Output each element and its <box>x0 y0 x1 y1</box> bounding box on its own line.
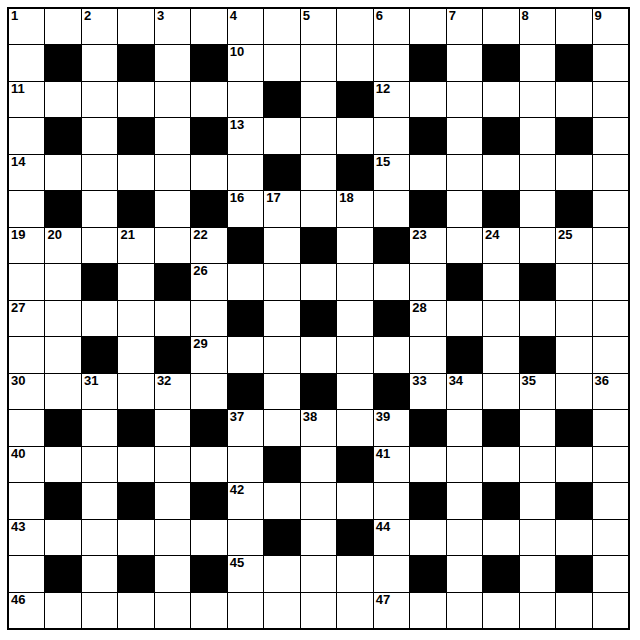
clue-number: 24 <box>485 228 499 243</box>
grid-cell[interactable] <box>447 191 482 226</box>
grid-cell[interactable] <box>155 45 190 80</box>
grid-cell[interactable]: 22 <box>191 228 226 263</box>
grid-cell[interactable] <box>191 374 226 409</box>
grid-cell[interactable] <box>520 483 555 518</box>
grid-cell[interactable] <box>483 447 518 482</box>
grid-cell[interactable] <box>447 483 482 518</box>
grid-cell[interactable] <box>301 264 336 299</box>
black-cell <box>556 483 591 518</box>
grid-cell[interactable] <box>337 118 372 153</box>
grid-cell[interactable] <box>155 118 190 153</box>
grid-cell[interactable] <box>374 45 409 80</box>
grid-cell[interactable] <box>447 155 482 190</box>
grid-cell[interactable]: 23 <box>410 228 445 263</box>
black-cell <box>410 118 445 153</box>
grid-cell[interactable] <box>45 82 80 117</box>
black-cell <box>520 264 555 299</box>
grid-cell[interactable] <box>155 191 190 226</box>
black-cell <box>483 483 518 518</box>
grid-cell[interactable]: 36 <box>593 374 628 409</box>
grid-cell[interactable] <box>155 556 190 591</box>
black-cell <box>264 520 299 555</box>
grid-cell[interactable] <box>118 155 153 190</box>
grid-cell[interactable] <box>447 45 482 80</box>
grid-cell[interactable]: 19 <box>9 228 44 263</box>
grid-cell[interactable] <box>410 264 445 299</box>
black-cell <box>410 556 445 591</box>
grid-cell[interactable] <box>593 556 628 591</box>
grid-cell[interactable] <box>301 593 336 628</box>
clue-number: 7 <box>449 9 456 24</box>
grid-cell[interactable]: 35 <box>520 374 555 409</box>
clue-number: 42 <box>230 483 244 498</box>
black-cell <box>483 45 518 80</box>
grid-cell[interactable]: 32 <box>155 374 190 409</box>
grid-cell[interactable] <box>593 118 628 153</box>
grid-cell[interactable] <box>520 45 555 80</box>
grid-cell[interactable] <box>191 301 226 336</box>
black-cell <box>191 191 226 226</box>
grid-cell[interactable] <box>410 155 445 190</box>
grid-cell[interactable]: 44 <box>374 520 409 555</box>
grid-cell[interactable]: 15 <box>374 155 409 190</box>
grid-cell[interactable] <box>45 155 80 190</box>
grid-cell[interactable] <box>447 228 482 263</box>
black-cell <box>45 483 80 518</box>
grid-cell[interactable]: 8 <box>520 9 555 44</box>
grid-cell[interactable] <box>337 45 372 80</box>
grid-cell[interactable]: 6 <box>374 9 409 44</box>
grid-cell[interactable] <box>520 556 555 591</box>
grid-cell[interactable]: 16 <box>228 191 263 226</box>
grid-cell[interactable] <box>191 520 226 555</box>
grid-cell[interactable] <box>593 447 628 482</box>
grid-cell[interactable] <box>593 593 628 628</box>
grid-cell[interactable] <box>337 264 372 299</box>
grid-cell[interactable]: 2 <box>82 9 117 44</box>
clue-number: 17 <box>266 191 280 206</box>
grid-cell[interactable]: 39 <box>374 410 409 445</box>
grid-cell[interactable] <box>301 337 336 372</box>
grid-cell[interactable] <box>520 593 555 628</box>
grid-cell[interactable] <box>301 82 336 117</box>
black-cell <box>228 374 263 409</box>
grid-cell[interactable]: 21 <box>118 228 153 263</box>
grid-cell[interactable] <box>520 301 555 336</box>
grid-cell[interactable] <box>264 556 299 591</box>
grid-cell[interactable] <box>301 520 336 555</box>
grid-cell[interactable] <box>593 45 628 80</box>
grid-cell[interactable]: 42 <box>228 483 263 518</box>
crossword-grid: 1234567891011121314151617181920212223242… <box>7 7 630 630</box>
black-cell <box>410 483 445 518</box>
grid-cell[interactable]: 7 <box>447 9 482 44</box>
black-cell <box>155 264 190 299</box>
grid-cell[interactable] <box>82 45 117 80</box>
black-cell <box>191 556 226 591</box>
grid-cell[interactable] <box>9 410 44 445</box>
grid-cell[interactable]: 4 <box>228 9 263 44</box>
grid-cell[interactable]: 9 <box>593 9 628 44</box>
grid-cell[interactable] <box>337 374 372 409</box>
grid-cell[interactable] <box>264 118 299 153</box>
grid-cell[interactable] <box>118 264 153 299</box>
grid-cell[interactable]: 24 <box>483 228 518 263</box>
grid-cell[interactable] <box>520 228 555 263</box>
grid-cell[interactable] <box>593 82 628 117</box>
grid-cell[interactable] <box>228 337 263 372</box>
clue-number: 23 <box>412 228 426 243</box>
grid-cell[interactable]: 45 <box>228 556 263 591</box>
clue-number: 27 <box>11 301 25 316</box>
grid-cell[interactable] <box>264 374 299 409</box>
clue-number: 31 <box>84 374 98 389</box>
black-cell <box>118 45 153 80</box>
grid-cell[interactable] <box>410 9 445 44</box>
grid-cell[interactable] <box>520 191 555 226</box>
grid-cell[interactable] <box>337 228 372 263</box>
clue-number: 19 <box>11 228 25 243</box>
grid-cell[interactable]: 10 <box>228 45 263 80</box>
grid-cell[interactable]: 27 <box>9 301 44 336</box>
black-cell <box>82 337 117 372</box>
grid-cell[interactable] <box>556 447 591 482</box>
grid-cell[interactable] <box>82 155 117 190</box>
grid-cell[interactable] <box>410 82 445 117</box>
grid-cell[interactable] <box>556 520 591 555</box>
clue-number: 39 <box>376 410 390 425</box>
grid-cell[interactable] <box>82 82 117 117</box>
clue-number: 30 <box>11 374 25 389</box>
grid-cell[interactable] <box>9 556 44 591</box>
grid-cell[interactable] <box>82 410 117 445</box>
grid-cell[interactable] <box>45 374 80 409</box>
clue-number: 36 <box>595 374 609 389</box>
black-cell <box>520 337 555 372</box>
grid-cell[interactable] <box>301 556 336 591</box>
grid-cell[interactable] <box>82 520 117 555</box>
grid-cell[interactable]: 34 <box>447 374 482 409</box>
grid-cell[interactable] <box>118 447 153 482</box>
black-cell <box>118 483 153 518</box>
grid-cell[interactable] <box>374 191 409 226</box>
grid-cell[interactable] <box>593 483 628 518</box>
grid-cell[interactable]: 28 <box>410 301 445 336</box>
grid-cell[interactable] <box>483 593 518 628</box>
grid-cell[interactable] <box>9 191 44 226</box>
grid-cell[interactable] <box>374 556 409 591</box>
grid-cell[interactable]: 11 <box>9 82 44 117</box>
grid-cell[interactable] <box>155 155 190 190</box>
grid-cell[interactable] <box>447 410 482 445</box>
grid-cell[interactable] <box>556 301 591 336</box>
clue-number: 35 <box>522 374 536 389</box>
grid-cell[interactable]: 3 <box>155 9 190 44</box>
grid-cell[interactable] <box>301 483 336 518</box>
grid-cell[interactable]: 37 <box>228 410 263 445</box>
black-cell <box>264 155 299 190</box>
grid-cell[interactable] <box>374 483 409 518</box>
grid-cell[interactable] <box>9 483 44 518</box>
grid-cell[interactable] <box>447 82 482 117</box>
grid-cell[interactable]: 33 <box>410 374 445 409</box>
grid-cell[interactable] <box>301 447 336 482</box>
grid-cell[interactable] <box>520 155 555 190</box>
grid-cell[interactable] <box>82 556 117 591</box>
black-cell <box>374 374 409 409</box>
black-cell <box>191 45 226 80</box>
grid-cell[interactable] <box>410 593 445 628</box>
grid-cell[interactable] <box>191 82 226 117</box>
black-cell <box>45 45 80 80</box>
grid-cell[interactable] <box>82 228 117 263</box>
clue-number: 6 <box>376 9 383 24</box>
grid-cell[interactable] <box>337 301 372 336</box>
grid-cell[interactable] <box>264 264 299 299</box>
clue-number: 21 <box>120 228 134 243</box>
grid-cell[interactable] <box>410 447 445 482</box>
grid-cell[interactable] <box>82 118 117 153</box>
black-cell <box>483 191 518 226</box>
grid-cell[interactable] <box>374 118 409 153</box>
grid-cell[interactable] <box>118 9 153 44</box>
black-cell <box>45 556 80 591</box>
black-cell <box>301 301 336 336</box>
grid-cell[interactable] <box>593 191 628 226</box>
grid-cell[interactable] <box>264 45 299 80</box>
grid-cell[interactable]: 18 <box>337 191 372 226</box>
grid-cell[interactable]: 20 <box>45 228 80 263</box>
clue-number: 45 <box>230 556 244 571</box>
clue-number: 38 <box>303 410 317 425</box>
grid-cell[interactable]: 1 <box>9 9 44 44</box>
grid-cell[interactable] <box>556 82 591 117</box>
grid-cell[interactable] <box>228 520 263 555</box>
grid-cell[interactable]: 41 <box>374 447 409 482</box>
black-cell <box>118 191 153 226</box>
black-cell <box>337 447 372 482</box>
grid-cell[interactable] <box>337 9 372 44</box>
clue-number: 14 <box>11 155 25 170</box>
grid-cell[interactable] <box>118 374 153 409</box>
grid-cell[interactable] <box>337 410 372 445</box>
grid-cell[interactable] <box>483 264 518 299</box>
black-cell <box>228 301 263 336</box>
clue-number: 29 <box>193 337 207 352</box>
grid-cell[interactable] <box>155 593 190 628</box>
clue-number: 10 <box>230 45 244 60</box>
grid-cell[interactable] <box>118 337 153 372</box>
clue-number: 32 <box>157 374 171 389</box>
grid-cell[interactable] <box>264 9 299 44</box>
grid-cell[interactable] <box>556 155 591 190</box>
grid-cell[interactable] <box>155 301 190 336</box>
black-cell <box>556 556 591 591</box>
grid-cell[interactable] <box>45 593 80 628</box>
grid-cell[interactable] <box>155 82 190 117</box>
grid-cell[interactable] <box>447 301 482 336</box>
grid-cell[interactable] <box>483 520 518 555</box>
grid-cell[interactable] <box>593 337 628 372</box>
grid-cell[interactable] <box>82 447 117 482</box>
grid-cell[interactable] <box>45 447 80 482</box>
grid-cell[interactable] <box>118 520 153 555</box>
grid-cell[interactable] <box>593 155 628 190</box>
black-cell <box>556 191 591 226</box>
grid-cell[interactable] <box>593 228 628 263</box>
grid-cell[interactable] <box>556 264 591 299</box>
grid-cell[interactable] <box>264 301 299 336</box>
grid-cell[interactable] <box>593 520 628 555</box>
grid-cell[interactable] <box>301 45 336 80</box>
grid-cell[interactable] <box>447 593 482 628</box>
grid-cell[interactable] <box>593 264 628 299</box>
grid-cell[interactable] <box>520 118 555 153</box>
black-cell <box>556 45 591 80</box>
grid-cell[interactable]: 38 <box>301 410 336 445</box>
grid-cell[interactable]: 5 <box>301 9 336 44</box>
grid-cell[interactable]: 14 <box>9 155 44 190</box>
grid-cell[interactable] <box>82 301 117 336</box>
grid-cell[interactable] <box>447 447 482 482</box>
crossword-page: 1234567891011121314151617181920212223242… <box>0 0 640 640</box>
grid-cell[interactable]: 43 <box>9 520 44 555</box>
grid-cell[interactable] <box>337 483 372 518</box>
grid-cell[interactable] <box>118 593 153 628</box>
grid-cell[interactable] <box>447 520 482 555</box>
grid-cell[interactable]: 29 <box>191 337 226 372</box>
grid-cell[interactable] <box>520 410 555 445</box>
grid-cell[interactable] <box>228 82 263 117</box>
grid-cell[interactable]: 46 <box>9 593 44 628</box>
grid-cell[interactable] <box>264 228 299 263</box>
grid-cell[interactable] <box>228 155 263 190</box>
grid-cell[interactable]: 26 <box>191 264 226 299</box>
black-cell <box>447 264 482 299</box>
grid-cell[interactable]: 25 <box>556 228 591 263</box>
black-cell <box>118 556 153 591</box>
grid-cell[interactable]: 30 <box>9 374 44 409</box>
grid-cell[interactable] <box>228 447 263 482</box>
grid-cell[interactable] <box>301 191 336 226</box>
grid-cell[interactable] <box>118 301 153 336</box>
grid-cell[interactable] <box>155 447 190 482</box>
black-cell <box>264 447 299 482</box>
grid-cell[interactable] <box>82 593 117 628</box>
grid-cell[interactable] <box>155 520 190 555</box>
grid-cell[interactable] <box>45 301 80 336</box>
clue-number: 25 <box>558 228 572 243</box>
grid-cell[interactable] <box>228 593 263 628</box>
grid-cell[interactable] <box>447 118 482 153</box>
grid-cell[interactable]: 13 <box>228 118 263 153</box>
grid-cell[interactable] <box>520 82 555 117</box>
grid-cell[interactable]: 40 <box>9 447 44 482</box>
black-cell <box>228 228 263 263</box>
grid-cell[interactable] <box>9 45 44 80</box>
clue-number: 47 <box>376 593 390 608</box>
grid-cell[interactable] <box>374 264 409 299</box>
grid-cell[interactable] <box>191 447 226 482</box>
grid-cell[interactable] <box>410 337 445 372</box>
grid-cell[interactable] <box>9 118 44 153</box>
grid-cell[interactable] <box>447 556 482 591</box>
grid-cell[interactable] <box>483 82 518 117</box>
black-cell <box>374 301 409 336</box>
clue-number: 46 <box>11 593 25 608</box>
clue-number: 13 <box>230 118 244 133</box>
grid-cell[interactable] <box>9 337 44 372</box>
black-cell <box>410 191 445 226</box>
grid-cell[interactable] <box>593 301 628 336</box>
grid-cell[interactable] <box>264 410 299 445</box>
grid-cell[interactable] <box>45 9 80 44</box>
grid-cell[interactable] <box>155 228 190 263</box>
black-cell <box>556 118 591 153</box>
grid-cell[interactable] <box>337 556 372 591</box>
grid-cell[interactable] <box>82 191 117 226</box>
grid-cell[interactable]: 12 <box>374 82 409 117</box>
grid-cell[interactable] <box>483 301 518 336</box>
grid-cell[interactable] <box>410 520 445 555</box>
grid-cell[interactable] <box>82 483 117 518</box>
grid-cell[interactable] <box>301 118 336 153</box>
grid-cell[interactable] <box>520 520 555 555</box>
grid-cell[interactable] <box>191 9 226 44</box>
grid-cell[interactable] <box>520 447 555 482</box>
grid-cell[interactable] <box>337 337 372 372</box>
black-cell <box>301 228 336 263</box>
grid-cell[interactable] <box>45 520 80 555</box>
grid-cell[interactable] <box>556 374 591 409</box>
clue-number: 1 <box>11 9 18 24</box>
grid-cell[interactable] <box>228 264 263 299</box>
grid-cell[interactable] <box>264 337 299 372</box>
grid-cell[interactable] <box>483 374 518 409</box>
grid-cell[interactable] <box>264 593 299 628</box>
black-cell <box>483 118 518 153</box>
black-cell <box>374 228 409 263</box>
clue-number: 41 <box>376 447 390 462</box>
clue-number: 44 <box>376 520 390 535</box>
grid-cell[interactable] <box>483 9 518 44</box>
grid-cell[interactable] <box>556 9 591 44</box>
clue-number: 4 <box>230 9 237 24</box>
grid-cell[interactable] <box>118 82 153 117</box>
grid-cell[interactable] <box>301 155 336 190</box>
grid-cell[interactable] <box>483 155 518 190</box>
grid-cell[interactable] <box>556 593 591 628</box>
grid-cell[interactable]: 31 <box>82 374 117 409</box>
grid-cell[interactable]: 47 <box>374 593 409 628</box>
clue-number: 22 <box>193 228 207 243</box>
grid-cell[interactable] <box>593 410 628 445</box>
grid-cell[interactable] <box>155 410 190 445</box>
grid-cell[interactable] <box>483 337 518 372</box>
grid-cell[interactable]: 17 <box>264 191 299 226</box>
grid-cell[interactable] <box>264 483 299 518</box>
grid-cell[interactable] <box>191 155 226 190</box>
grid-cell[interactable] <box>337 593 372 628</box>
black-cell <box>264 82 299 117</box>
grid-cell[interactable] <box>556 337 591 372</box>
grid-cell[interactable] <box>155 483 190 518</box>
grid-cell[interactable] <box>45 337 80 372</box>
grid-cell[interactable] <box>374 337 409 372</box>
grid-cell[interactable] <box>191 593 226 628</box>
grid-cell[interactable] <box>45 264 80 299</box>
grid-cell[interactable] <box>9 264 44 299</box>
